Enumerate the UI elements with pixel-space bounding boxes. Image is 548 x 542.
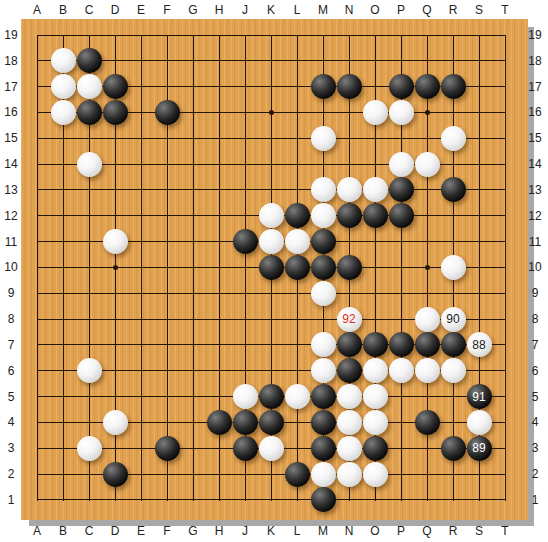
coord-label-left-8: 8 xyxy=(0,311,22,327)
coord-label-top-N: N xyxy=(338,2,360,18)
black-stone-P17[interactable] xyxy=(389,74,414,99)
coord-label-top-H: H xyxy=(208,2,230,18)
coord-label-left-6: 6 xyxy=(0,363,22,379)
coord-label-right-5: 5 xyxy=(524,389,546,405)
coord-label-bottom-D: D xyxy=(104,523,126,539)
black-stone-K4[interactable] xyxy=(259,410,284,435)
black-stone-O12[interactable] xyxy=(363,203,388,228)
star-point xyxy=(425,110,430,115)
white-stone-N5[interactable] xyxy=(337,384,362,409)
coord-label-left-1: 1 xyxy=(0,492,22,508)
black-stone-Q17[interactable] xyxy=(415,74,440,99)
white-stone-R8-move-90[interactable]: 90 xyxy=(441,307,466,332)
white-stone-O16[interactable] xyxy=(363,100,388,125)
black-stone-N6[interactable] xyxy=(337,358,362,383)
white-stone-B18[interactable] xyxy=(51,48,76,73)
white-stone-N13[interactable] xyxy=(337,177,362,202)
white-stone-D11[interactable] xyxy=(103,229,128,254)
white-stone-N4[interactable] xyxy=(337,410,362,435)
black-stone-P13[interactable] xyxy=(389,177,414,202)
coord-label-bottom-T: T xyxy=(494,523,516,539)
black-stone-H4[interactable] xyxy=(207,410,232,435)
coord-label-right-13: 13 xyxy=(524,182,546,198)
coord-label-left-15: 15 xyxy=(0,130,22,146)
white-stone-M7[interactable] xyxy=(311,332,336,357)
white-stone-R10[interactable] xyxy=(441,255,466,280)
white-stone-Q6[interactable] xyxy=(415,358,440,383)
black-stone-F3[interactable] xyxy=(155,436,180,461)
black-stone-J4[interactable] xyxy=(233,410,258,435)
white-stone-R15[interactable] xyxy=(441,126,466,151)
black-stone-C18[interactable] xyxy=(77,48,102,73)
coord-label-top-S: S xyxy=(468,2,490,18)
star-point xyxy=(269,110,274,115)
coord-label-top-O: O xyxy=(364,2,386,18)
grid-line-horizontal xyxy=(37,293,506,294)
coord-label-bottom-B: B xyxy=(52,523,74,539)
coord-label-top-K: K xyxy=(260,2,282,18)
coord-label-left-19: 19 xyxy=(0,27,22,43)
black-stone-R17[interactable] xyxy=(441,74,466,99)
black-stone-L2[interactable] xyxy=(285,462,310,487)
white-stone-M9[interactable] xyxy=(311,281,336,306)
black-stone-K5[interactable] xyxy=(259,384,284,409)
white-stone-B17[interactable] xyxy=(51,74,76,99)
white-stone-L11[interactable] xyxy=(285,229,310,254)
white-stone-B16[interactable] xyxy=(51,100,76,125)
coord-label-right-19: 19 xyxy=(524,27,546,43)
coord-label-bottom-E: E xyxy=(130,523,152,539)
coord-label-top-P: P xyxy=(390,2,412,18)
white-stone-O4[interactable] xyxy=(363,410,388,435)
black-stone-L12[interactable] xyxy=(285,203,310,228)
coord-label-bottom-S: S xyxy=(468,523,490,539)
coord-label-top-J: J xyxy=(234,2,256,18)
coord-label-left-7: 7 xyxy=(0,337,22,353)
grid-line-horizontal xyxy=(37,499,506,500)
white-stone-K11[interactable] xyxy=(259,229,284,254)
black-stone-Q4[interactable] xyxy=(415,410,440,435)
white-stone-J5[interactable] xyxy=(233,384,258,409)
black-stone-R7[interactable] xyxy=(441,332,466,357)
coord-label-bottom-C: C xyxy=(78,523,100,539)
coord-label-right-3: 3 xyxy=(524,440,546,456)
black-stone-P7[interactable] xyxy=(389,332,414,357)
coord-label-top-B: B xyxy=(52,2,74,18)
white-stone-C17[interactable] xyxy=(77,74,102,99)
coord-label-bottom-J: J xyxy=(234,523,256,539)
black-stone-Q7[interactable] xyxy=(415,332,440,357)
coord-label-left-11: 11 xyxy=(0,234,22,250)
coord-label-bottom-A: A xyxy=(26,523,48,539)
coord-label-right-7: 7 xyxy=(524,337,546,353)
black-stone-N10[interactable] xyxy=(337,255,362,280)
white-stone-L5[interactable] xyxy=(285,384,310,409)
coord-label-left-5: 5 xyxy=(0,389,22,405)
black-stone-M10[interactable] xyxy=(311,255,336,280)
coord-label-right-10: 10 xyxy=(524,259,546,275)
black-stone-M4[interactable] xyxy=(311,410,336,435)
black-stone-J11[interactable] xyxy=(233,229,258,254)
grid-line-vertical xyxy=(193,35,194,501)
coord-label-left-14: 14 xyxy=(0,156,22,172)
white-stone-M2[interactable] xyxy=(311,462,336,487)
coord-label-right-12: 12 xyxy=(524,208,546,224)
grid-line-vertical xyxy=(505,35,506,501)
coord-label-right-9: 9 xyxy=(524,285,546,301)
coord-label-bottom-H: H xyxy=(208,523,230,539)
black-stone-R13[interactable] xyxy=(441,177,466,202)
white-stone-C3[interactable] xyxy=(77,436,102,461)
white-stone-K12[interactable] xyxy=(259,203,284,228)
white-stone-R6[interactable] xyxy=(441,358,466,383)
coord-label-bottom-F: F xyxy=(156,523,178,539)
coord-label-top-L: L xyxy=(286,2,308,18)
coord-label-top-T: T xyxy=(494,2,516,18)
coord-label-right-18: 18 xyxy=(524,53,546,69)
coord-label-bottom-R: R xyxy=(442,523,464,539)
grid-line-vertical xyxy=(37,35,38,501)
white-stone-O6[interactable] xyxy=(363,358,388,383)
coord-label-right-2: 2 xyxy=(524,466,546,482)
black-stone-D2[interactable] xyxy=(103,462,128,487)
white-stone-C6[interactable] xyxy=(77,358,102,383)
white-stone-S4[interactable] xyxy=(467,410,492,435)
black-stone-C16[interactable] xyxy=(77,100,102,125)
white-stone-Q14[interactable] xyxy=(415,152,440,177)
black-stone-K10[interactable] xyxy=(259,255,284,280)
white-stone-P14[interactable] xyxy=(389,152,414,177)
coord-label-right-4: 4 xyxy=(524,414,546,430)
white-stone-O13[interactable] xyxy=(363,177,388,202)
coord-label-bottom-M: M xyxy=(312,523,334,539)
coord-label-left-12: 12 xyxy=(0,208,22,224)
white-stone-D4[interactable] xyxy=(103,410,128,435)
grid-line-horizontal xyxy=(37,138,506,139)
white-stone-O5[interactable] xyxy=(363,384,388,409)
go-game-screenshot: AABBCCDDEEFFGGHHJJKKLLMMNNOOPPQQRRSSTT19… xyxy=(0,0,548,542)
coord-label-right-15: 15 xyxy=(524,130,546,146)
black-stone-S5-move-91[interactable]: 91 xyxy=(467,384,492,409)
white-stone-M15[interactable] xyxy=(311,126,336,151)
coord-label-bottom-Q: Q xyxy=(416,523,438,539)
black-stone-J3[interactable] xyxy=(233,436,258,461)
coord-label-right-16: 16 xyxy=(524,104,546,120)
coord-label-bottom-P: P xyxy=(390,523,412,539)
white-stone-S7-move-88[interactable]: 88 xyxy=(467,332,492,357)
coord-label-left-18: 18 xyxy=(0,53,22,69)
coord-label-left-16: 16 xyxy=(0,104,22,120)
coord-label-left-17: 17 xyxy=(0,79,22,95)
black-stone-O3[interactable] xyxy=(363,436,388,461)
coord-label-right-17: 17 xyxy=(524,79,546,95)
white-stone-K3[interactable] xyxy=(259,436,284,461)
black-stone-N17[interactable] xyxy=(337,74,362,99)
coord-label-left-9: 9 xyxy=(0,285,22,301)
star-point xyxy=(113,265,118,270)
black-stone-M17[interactable] xyxy=(311,74,336,99)
black-stone-D16[interactable] xyxy=(103,100,128,125)
black-stone-L10[interactable] xyxy=(285,255,310,280)
coord-label-right-6: 6 xyxy=(524,363,546,379)
white-stone-N2[interactable] xyxy=(337,462,362,487)
coord-label-top-Q: Q xyxy=(416,2,438,18)
coord-label-top-A: A xyxy=(26,2,48,18)
coord-label-left-3: 3 xyxy=(0,440,22,456)
black-stone-M3[interactable] xyxy=(311,436,336,461)
coord-label-bottom-O: O xyxy=(364,523,386,539)
coord-label-bottom-G: G xyxy=(182,523,204,539)
black-stone-F16[interactable] xyxy=(155,100,180,125)
grid-line-horizontal xyxy=(37,189,506,190)
coord-label-left-4: 4 xyxy=(0,414,22,430)
grid-line-vertical xyxy=(141,35,142,501)
coord-label-right-11: 11 xyxy=(524,234,546,250)
black-stone-P12[interactable] xyxy=(389,203,414,228)
black-stone-M1[interactable] xyxy=(311,487,336,512)
white-stone-M12[interactable] xyxy=(311,203,336,228)
black-stone-M11[interactable] xyxy=(311,229,336,254)
coord-label-top-E: E xyxy=(130,2,152,18)
white-stone-C14[interactable] xyxy=(77,152,102,177)
star-point xyxy=(425,265,430,270)
black-stone-N7[interactable] xyxy=(337,332,362,357)
coord-label-left-13: 13 xyxy=(0,182,22,198)
coord-label-right-14: 14 xyxy=(524,156,546,172)
white-stone-N8-move-92[interactable]: 92 xyxy=(337,307,362,332)
coord-label-bottom-L: L xyxy=(286,523,308,539)
white-stone-P16[interactable] xyxy=(389,100,414,125)
coord-label-right-8: 8 xyxy=(524,311,546,327)
grid-line-horizontal xyxy=(37,60,506,61)
coord-label-top-R: R xyxy=(442,2,464,18)
coord-label-top-G: G xyxy=(182,2,204,18)
black-stone-M5[interactable] xyxy=(311,384,336,409)
coord-label-bottom-K: K xyxy=(260,523,282,539)
black-stone-N12[interactable] xyxy=(337,203,362,228)
coord-label-top-F: F xyxy=(156,2,178,18)
coord-label-top-C: C xyxy=(78,2,100,18)
black-stone-S3-move-89[interactable]: 89 xyxy=(467,436,492,461)
black-stone-D17[interactable] xyxy=(103,74,128,99)
white-stone-M13[interactable] xyxy=(311,177,336,202)
black-stone-O7[interactable] xyxy=(363,332,388,357)
coord-label-bottom-N: N xyxy=(338,523,360,539)
grid-line-horizontal xyxy=(37,35,506,36)
black-stone-R3[interactable] xyxy=(441,436,466,461)
coord-label-top-M: M xyxy=(312,2,334,18)
white-stone-Q8[interactable] xyxy=(415,307,440,332)
coord-label-top-D: D xyxy=(104,2,126,18)
white-stone-P6[interactable] xyxy=(389,358,414,383)
coord-label-left-2: 2 xyxy=(0,466,22,482)
white-stone-M6[interactable] xyxy=(311,358,336,383)
white-stone-O2[interactable] xyxy=(363,462,388,487)
white-stone-N3[interactable] xyxy=(337,436,362,461)
coord-label-left-10: 10 xyxy=(0,259,22,275)
coord-label-right-1: 1 xyxy=(524,492,546,508)
